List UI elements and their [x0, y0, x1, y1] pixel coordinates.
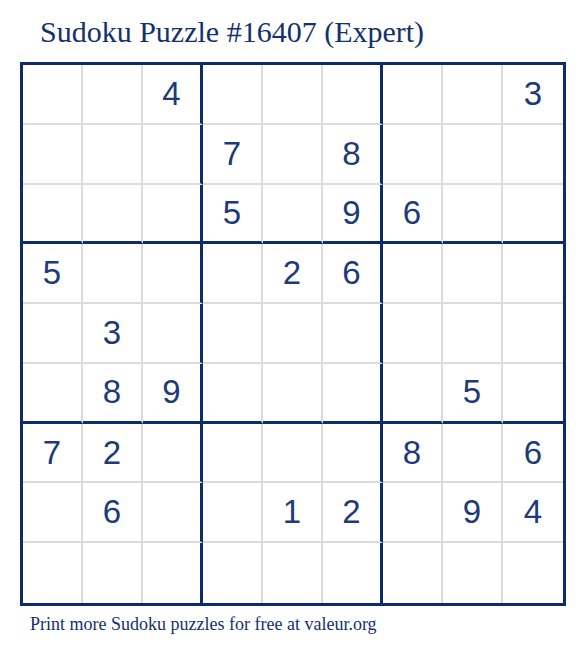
cell-r2c3 [143, 125, 203, 185]
cell-r5c2: 3 [83, 304, 143, 364]
cell-r5c8 [443, 304, 503, 364]
cell-r7c6 [323, 424, 383, 484]
cell-r3c6: 9 [323, 185, 383, 245]
cell-r2c9 [503, 125, 563, 185]
cell-r6c5 [263, 364, 323, 424]
cell-r9c7 [383, 543, 443, 603]
cell-r8c9: 4 [503, 483, 563, 543]
cell-r2c6: 8 [323, 125, 383, 185]
cell-r6c4 [203, 364, 263, 424]
cell-r2c2 [83, 125, 143, 185]
cell-r5c3 [143, 304, 203, 364]
cell-r7c1: 7 [23, 424, 83, 484]
cell-r8c3 [143, 483, 203, 543]
cell-r9c6 [323, 543, 383, 603]
cell-r8c5: 1 [263, 483, 323, 543]
cell-r5c6 [323, 304, 383, 364]
cell-r1c3: 4 [143, 65, 203, 125]
sudoku-print-page: Sudoku Puzzle #16407 (Expert) 4378596526… [0, 0, 580, 651]
cell-r8c4 [203, 483, 263, 543]
cell-r5c5 [263, 304, 323, 364]
cell-r7c5 [263, 424, 323, 484]
cell-r9c4 [203, 543, 263, 603]
cell-r3c7: 6 [383, 185, 443, 245]
cell-r6c9 [503, 364, 563, 424]
cell-r1c8 [443, 65, 503, 125]
cell-r4c6: 6 [323, 244, 383, 304]
cell-r1c1 [23, 65, 83, 125]
cell-r3c9 [503, 185, 563, 245]
cell-r8c8: 9 [443, 483, 503, 543]
cell-r6c1 [23, 364, 83, 424]
cell-r8c1 [23, 483, 83, 543]
cell-r8c2: 6 [83, 483, 143, 543]
cell-r9c9 [503, 543, 563, 603]
cell-r9c8 [443, 543, 503, 603]
cell-r5c1 [23, 304, 83, 364]
cell-r8c7 [383, 483, 443, 543]
cell-r1c4 [203, 65, 263, 125]
cell-r6c7 [383, 364, 443, 424]
sudoku-grid: 43785965263895728661294 [20, 62, 566, 606]
cell-r1c6 [323, 65, 383, 125]
cell-r4c3 [143, 244, 203, 304]
cell-r7c4 [203, 424, 263, 484]
cell-r6c6 [323, 364, 383, 424]
cell-r1c5 [263, 65, 323, 125]
cell-r4c7 [383, 244, 443, 304]
cell-r4c4 [203, 244, 263, 304]
cell-r3c1 [23, 185, 83, 245]
cell-r7c8 [443, 424, 503, 484]
cell-r7c9: 6 [503, 424, 563, 484]
cell-r3c8 [443, 185, 503, 245]
cell-r2c5 [263, 125, 323, 185]
cell-r3c3 [143, 185, 203, 245]
cell-r8c6: 2 [323, 483, 383, 543]
cell-r6c8: 5 [443, 364, 503, 424]
cell-r9c2 [83, 543, 143, 603]
cell-r2c4: 7 [203, 125, 263, 185]
cell-r1c9: 3 [503, 65, 563, 125]
cell-r9c1 [23, 543, 83, 603]
footer-text: Print more Sudoku puzzles for free at va… [30, 614, 377, 635]
cell-r4c1: 5 [23, 244, 83, 304]
cell-r2c8 [443, 125, 503, 185]
cell-r4c8 [443, 244, 503, 304]
cell-r7c7: 8 [383, 424, 443, 484]
cell-r6c3: 9 [143, 364, 203, 424]
cell-r3c2 [83, 185, 143, 245]
cell-r9c5 [263, 543, 323, 603]
cell-r9c3 [143, 543, 203, 603]
cell-r3c4: 5 [203, 185, 263, 245]
cell-r4c5: 2 [263, 244, 323, 304]
cell-r2c7 [383, 125, 443, 185]
cell-r2c1 [23, 125, 83, 185]
cell-r5c4 [203, 304, 263, 364]
cell-r5c7 [383, 304, 443, 364]
cell-r1c2 [83, 65, 143, 125]
cell-r6c2: 8 [83, 364, 143, 424]
cell-r1c7 [383, 65, 443, 125]
page-title: Sudoku Puzzle #16407 (Expert) [40, 15, 424, 49]
cell-r7c2: 2 [83, 424, 143, 484]
cell-r3c5 [263, 185, 323, 245]
cell-r5c9 [503, 304, 563, 364]
cell-r4c9 [503, 244, 563, 304]
cell-r4c2 [83, 244, 143, 304]
cell-r7c3 [143, 424, 203, 484]
